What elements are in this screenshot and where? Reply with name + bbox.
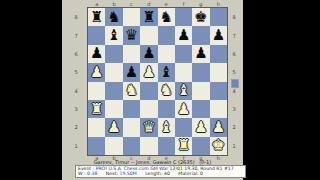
square-a7 (88, 26, 105, 44)
square-f1: ♜ (175, 137, 192, 155)
square-f2 (175, 118, 192, 136)
game-info-box: Event : PRO! U.S.A. Chess.com GM War 12/… (75, 165, 246, 178)
square-g6: ♟ (192, 45, 209, 63)
video-frame: abcdefgh 87654321 ♜♞♜♞♚♝♛♟♟♟♟♟♟♟♟♝♞♞♝♜♟♟… (0, 0, 320, 180)
white-bishop-piece: ♝ (160, 120, 173, 135)
square-h2: ♟ (210, 118, 227, 136)
square-a6: ♟ (88, 45, 105, 63)
black-queen-piece: ♛ (125, 28, 138, 43)
rank-label: 2 (229, 118, 239, 136)
event-label: Event : (78, 166, 96, 171)
square-d5: ♟ (140, 63, 157, 81)
square-d6: ♟ (140, 45, 157, 63)
black-knight-piece: ♞ (160, 10, 173, 25)
square-e3 (158, 100, 175, 118)
square-c6 (123, 45, 140, 63)
white-pawn-piece: ♟ (194, 120, 207, 135)
clock-value: 0:38 (87, 171, 97, 176)
square-e2: ♝ (158, 118, 175, 136)
black-bishop-piece: ♝ (160, 65, 173, 80)
square-h7: ♟ (210, 26, 227, 44)
rank-label: 3 (229, 100, 239, 118)
square-h3 (210, 100, 227, 118)
black-pawn-piece: ♟ (125, 65, 138, 80)
square-c2 (123, 118, 140, 136)
square-c5: ♟ (123, 63, 140, 81)
square-g3 (192, 100, 209, 118)
square-a4 (88, 82, 105, 100)
black-rook-piece: ♜ (142, 10, 155, 25)
square-d8: ♜ (140, 8, 157, 26)
square-e6 (158, 45, 175, 63)
square-b8: ♞ (105, 8, 122, 26)
square-g8: ♚ (192, 8, 209, 26)
square-a8: ♜ (88, 8, 105, 26)
black-pawn-piece: ♟ (194, 46, 207, 61)
square-c7: ♛ (123, 26, 140, 44)
square-a3: ♜ (88, 100, 105, 118)
square-f7: ♟ (175, 26, 192, 44)
side-to-move-indicator (231, 79, 239, 88)
square-c4: ♞ (123, 82, 140, 100)
square-e4: ♞ (158, 82, 175, 100)
letterbox-left (0, 0, 62, 180)
length-label: Length: (145, 171, 162, 176)
white-knight-piece: ♞ (160, 83, 173, 98)
white-rook-piece: ♜ (177, 138, 190, 153)
square-d1 (140, 137, 157, 155)
black-pawn-piece: ♟ (142, 46, 155, 61)
square-d4 (140, 82, 157, 100)
square-a5: ♟ (88, 63, 105, 81)
rank-label: 6 (71, 45, 81, 63)
square-h5 (210, 63, 227, 81)
square-c1 (123, 137, 140, 155)
square-f5 (175, 63, 192, 81)
black-king-piece: ♚ (194, 10, 207, 25)
square-e5: ♝ (158, 63, 175, 81)
square-h8 (210, 8, 227, 26)
material-label: Material: (178, 171, 198, 176)
square-d3 (140, 100, 157, 118)
rank-labels-left: 87654321 (71, 8, 81, 155)
material-value: 0 (200, 171, 203, 176)
square-e1 (158, 137, 175, 155)
event-details: 12/01 19.30, Round R1 #17 (168, 166, 234, 171)
rank-label: 6 (229, 45, 239, 63)
black-pawn-piece: ♟ (212, 28, 225, 43)
white-pawn-piece: ♟ (107, 120, 120, 135)
letterbox-right (243, 0, 320, 180)
square-f3: ♟ (175, 100, 192, 118)
rank-label: 5 (71, 63, 81, 81)
chess-board: ♜♞♜♞♚♝♛♟♟♟♟♟♟♟♟♝♞♞♝♜♟♟♛♝♟♟♜♚ (87, 7, 228, 156)
next-label: Next: (106, 171, 118, 176)
square-f4: ♝ (175, 82, 192, 100)
square-g2: ♟ (192, 118, 209, 136)
square-b1 (105, 137, 122, 155)
square-c3 (123, 100, 140, 118)
event-name: PRO! U.S.A. Chess.com GM War (96, 166, 168, 171)
rank-label: 8 (71, 8, 81, 26)
rank-label: 2 (71, 118, 81, 136)
square-b5 (105, 63, 122, 81)
white-bishop-piece: ♝ (177, 83, 190, 98)
square-c8 (123, 8, 140, 26)
square-g7 (192, 26, 209, 44)
square-e7 (158, 26, 175, 44)
white-rook-piece: ♜ (90, 102, 103, 117)
next-value: 19.50M (120, 171, 137, 176)
square-h6 (210, 45, 227, 63)
square-b2: ♟ (105, 118, 122, 136)
white-pawn-piece: ♟ (212, 120, 225, 135)
black-bishop-piece: ♝ (107, 28, 120, 43)
white-pawn-piece: ♟ (90, 65, 103, 80)
black-pawn-piece: ♟ (177, 28, 190, 43)
square-d7 (140, 26, 157, 44)
square-a2 (88, 118, 105, 136)
rank-label: 1 (71, 137, 81, 155)
square-g4 (192, 82, 209, 100)
length-value: 40 (164, 171, 170, 176)
white-knight-piece: ♞ (125, 83, 138, 98)
white-pawn-piece: ♟ (142, 65, 155, 80)
white-pawn-piece: ♟ (177, 102, 190, 117)
white-king-piece: ♚ (212, 138, 225, 153)
square-b7: ♝ (105, 26, 122, 44)
rank-label: 3 (71, 100, 81, 118)
rank-label: 7 (229, 26, 239, 44)
square-g1 (192, 137, 209, 155)
square-g5 (192, 63, 209, 81)
square-f6 (175, 45, 192, 63)
square-e8: ♞ (158, 8, 175, 26)
stats-line: W : 0:38 Next: 19.50M Length: 40 Materia… (78, 171, 245, 176)
rank-label: 8 (229, 8, 239, 26)
black-pawn-piece: ♟ (90, 46, 103, 61)
black-rook-piece: ♜ (90, 10, 103, 25)
square-b3 (105, 100, 122, 118)
black-knight-piece: ♞ (107, 10, 120, 25)
square-a1 (88, 137, 105, 155)
square-h1: ♚ (210, 137, 227, 155)
square-d2: ♛ (140, 118, 157, 136)
rank-label: 7 (71, 26, 81, 44)
board-panel: abcdefgh 87654321 ♜♞♜♞♚♝♛♟♟♟♟♟♟♟♟♝♞♞♝♜♟♟… (62, 0, 243, 180)
square-b6 (105, 45, 122, 63)
white-queen-piece: ♛ (142, 120, 155, 135)
square-b4 (105, 82, 122, 100)
square-h4 (210, 82, 227, 100)
rank-label: 1 (229, 137, 239, 155)
rank-label: 4 (71, 82, 81, 100)
clock-label: W : (78, 171, 86, 176)
square-f8 (175, 8, 192, 26)
